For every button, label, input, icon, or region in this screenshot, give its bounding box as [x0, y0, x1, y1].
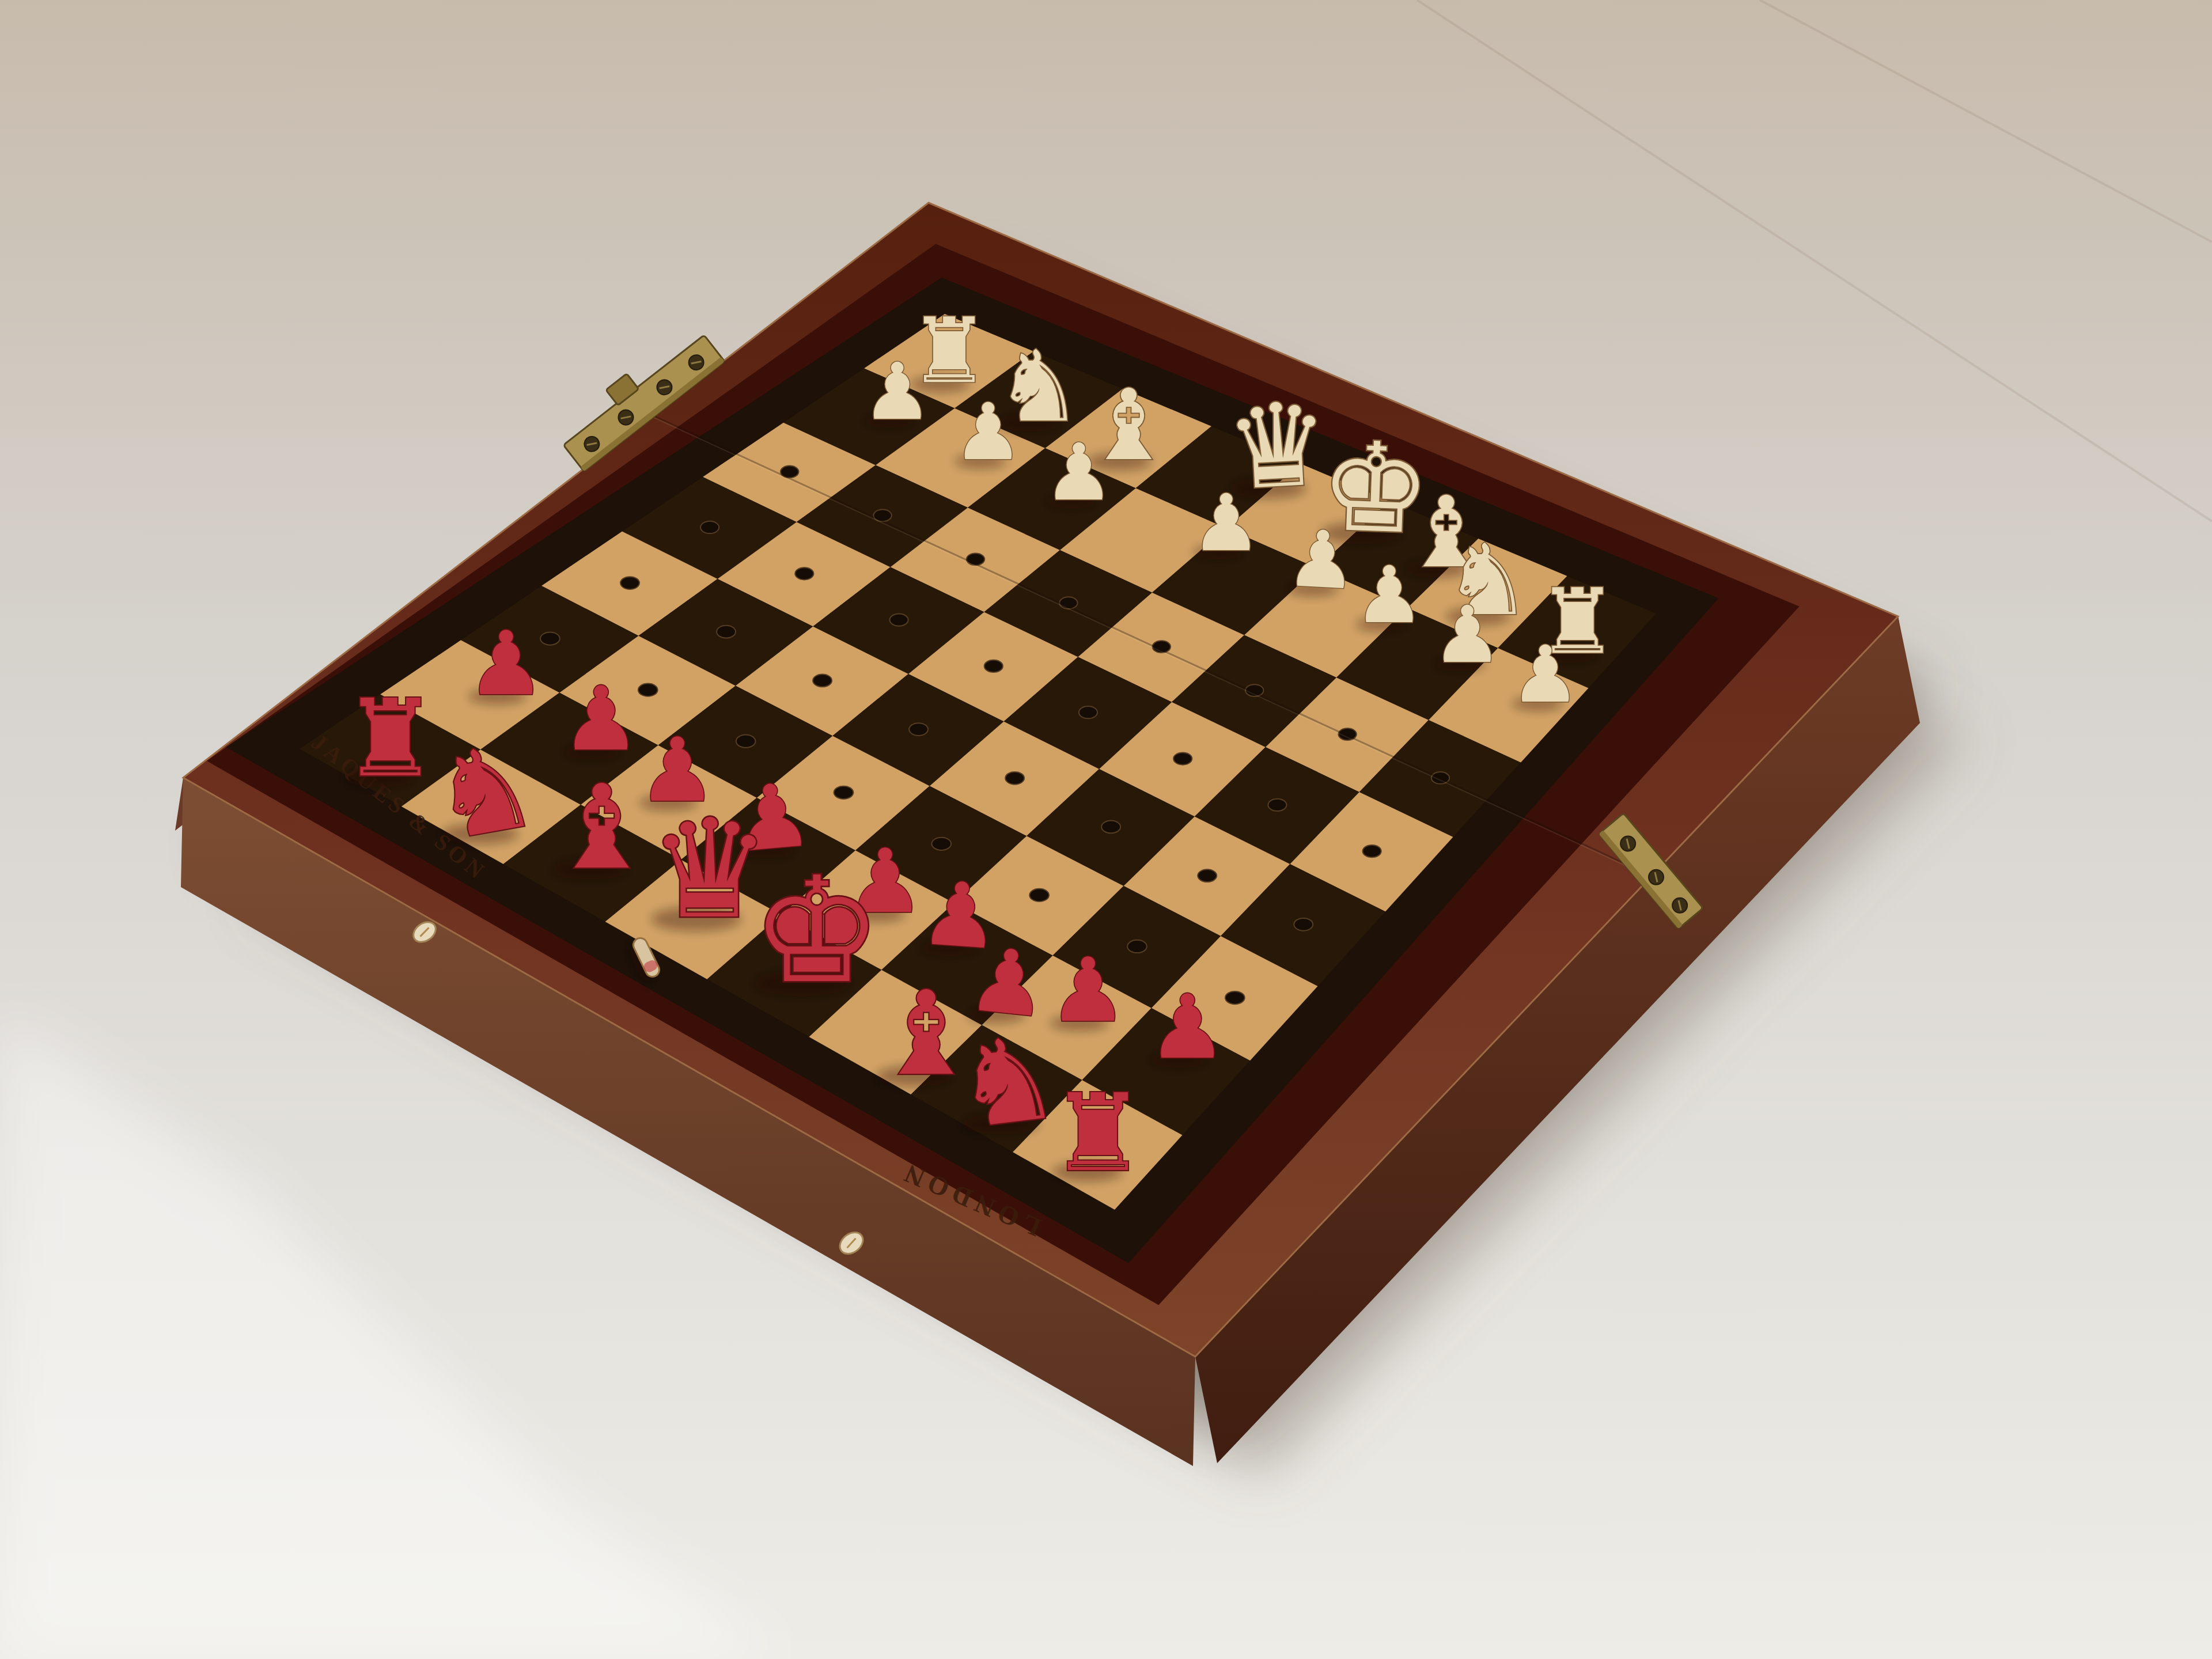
peg-hole-h5 — [1363, 845, 1381, 857]
peg-hole-c3 — [736, 735, 756, 748]
piece-ivory-pawn-b7[interactable]: ♟ — [953, 387, 1023, 478]
piece-red-pawn-b2[interactable]: ♟ — [562, 668, 641, 770]
peg-hole-f5 — [1173, 752, 1192, 764]
peg-hole-d5 — [984, 660, 1003, 672]
peg-hole-d4 — [909, 723, 928, 736]
piece-red-pawn-g2[interactable]: ♟ — [1048, 939, 1127, 1041]
peg-hole-d3 — [834, 786, 854, 799]
piece-ivory-pawn-e7[interactable]: ♟ — [1285, 513, 1359, 607]
piece-ivory-pawn-a7[interactable]: ♟ — [862, 346, 933, 437]
chess-box-photo-scene: JAQUES & SONLONDON♜♞♝♛♚♝♞♜♟♟♟♟♟♟♟♟♟♟♟♟♟♟… — [0, 0, 2212, 1659]
piece-ivory-pawn-c7[interactable]: ♟ — [1044, 427, 1114, 518]
piece-ivory-pawn-d7[interactable]: ♟ — [1191, 478, 1262, 569]
peg-hole-f4 — [1101, 821, 1120, 834]
peg-hole-a5 — [700, 521, 719, 533]
piece-red-bishop-c1[interactable]: ♝ — [550, 760, 653, 895]
peg-hole-e4 — [1005, 772, 1024, 785]
peg-hole-c5 — [889, 613, 908, 626]
peg-hole-e3 — [931, 838, 951, 850]
peg-hole-b4 — [717, 626, 736, 638]
piece-ivory-pawn-f7[interactable]: ♟ — [1354, 550, 1425, 641]
peg-hole-g4 — [1198, 869, 1217, 882]
peg-hole-g3 — [1127, 940, 1147, 953]
photo-stage: JAQUES & SONLONDON♜♞♝♛♚♝♞♜♟♟♟♟♟♟♟♟♟♟♟♟♟♟… — [0, 0, 2212, 1659]
piece-red-knight-g1[interactable]: ♞ — [948, 1009, 1067, 1155]
piece-ivory-pawn-g7[interactable]: ♟ — [1432, 589, 1502, 680]
piece-red-pawn-a2[interactable]: ♟ — [467, 612, 546, 715]
peg-hole-c4 — [813, 675, 832, 687]
piece-red-rook-h1[interactable]: ♜ — [1050, 1071, 1146, 1195]
peg-hole-e5 — [1079, 706, 1097, 718]
peg-hole-f3 — [1029, 889, 1049, 902]
piece-ivory-pawn-h7[interactable]: ♟ — [1510, 629, 1581, 720]
peg-hole-g5 — [1268, 799, 1286, 811]
peg-hole-b5 — [795, 567, 813, 579]
peg-hole-b3 — [638, 684, 658, 696]
peg-hole-h3 — [1225, 991, 1245, 1004]
peg-hole-h4 — [1294, 918, 1313, 931]
piece-red-pawn-h2[interactable]: ♟ — [1148, 976, 1227, 1078]
piece-red-king-e1[interactable]: ♚ — [751, 846, 882, 1016]
peg-hole-a4 — [620, 577, 639, 589]
